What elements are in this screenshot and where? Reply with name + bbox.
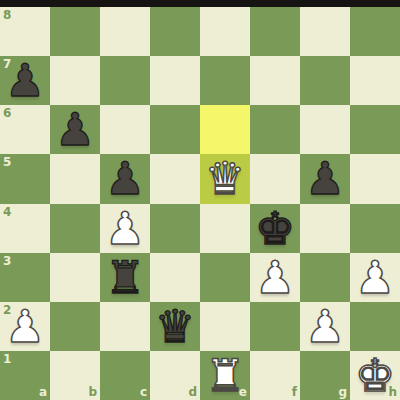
square-h4[interactable] [350, 204, 400, 253]
square-b2[interactable] [50, 302, 100, 351]
square-e2[interactable] [200, 302, 250, 351]
square-a5[interactable]: 5 [0, 154, 50, 203]
square-f5[interactable] [250, 154, 300, 203]
square-f7[interactable] [250, 56, 300, 105]
square-e8[interactable] [200, 7, 250, 56]
square-f3[interactable]: ♟ [250, 253, 300, 302]
square-b5[interactable] [50, 154, 100, 203]
black-pawn[interactable]: ♟ [5, 58, 45, 103]
square-g1[interactable]: g [300, 351, 350, 400]
square-b8[interactable] [50, 7, 100, 56]
file-label-g: g [338, 386, 347, 398]
square-g8[interactable] [300, 7, 350, 56]
white-pawn[interactable]: ♟ [5, 304, 45, 349]
square-h7[interactable] [350, 56, 400, 105]
rank-label-1: 1 [3, 353, 11, 365]
square-a8[interactable]: 8 [0, 7, 50, 56]
square-a4[interactable]: 4 [0, 204, 50, 253]
white-pawn[interactable]: ♟ [355, 255, 395, 300]
square-d1[interactable]: d [150, 351, 200, 400]
square-c5[interactable]: ♟ [100, 154, 150, 203]
rank-label-6: 6 [3, 107, 11, 119]
file-label-a: a [39, 386, 47, 398]
file-label-f: f [292, 386, 297, 398]
square-h1[interactable]: h♚ [350, 351, 400, 400]
black-pawn[interactable]: ♟ [105, 156, 145, 201]
square-f2[interactable] [250, 302, 300, 351]
square-g3[interactable] [300, 253, 350, 302]
rank-label-5: 5 [3, 156, 11, 168]
square-b6[interactable]: ♟ [50, 105, 100, 154]
square-g6[interactable] [300, 105, 350, 154]
square-f6[interactable] [250, 105, 300, 154]
rank-label-3: 3 [3, 255, 11, 267]
square-d3[interactable] [150, 253, 200, 302]
black-king[interactable]: ♚ [255, 206, 295, 251]
square-a7[interactable]: 7♟ [0, 56, 50, 105]
square-g5[interactable]: ♟ [300, 154, 350, 203]
square-e5[interactable]: ♛ [200, 154, 250, 203]
square-d2[interactable]: ♛ [150, 302, 200, 351]
white-rook[interactable]: ♜ [205, 353, 245, 398]
black-pawn[interactable]: ♟ [305, 156, 345, 201]
square-g7[interactable] [300, 56, 350, 105]
rank-label-4: 4 [3, 206, 11, 218]
square-e6[interactable] [200, 105, 250, 154]
square-g4[interactable] [300, 204, 350, 253]
square-f8[interactable] [250, 7, 300, 56]
square-e7[interactable] [200, 56, 250, 105]
square-a3[interactable]: 3 [0, 253, 50, 302]
black-queen[interactable]: ♛ [155, 304, 195, 349]
square-h6[interactable] [350, 105, 400, 154]
square-b4[interactable] [50, 204, 100, 253]
square-d6[interactable] [150, 105, 200, 154]
square-d5[interactable] [150, 154, 200, 203]
white-king[interactable]: ♚ [355, 353, 395, 398]
square-f1[interactable]: f [250, 351, 300, 400]
file-label-d: d [188, 386, 197, 398]
file-label-b: b [88, 386, 97, 398]
square-b7[interactable] [50, 56, 100, 105]
white-pawn[interactable]: ♟ [305, 304, 345, 349]
square-a6[interactable]: 6 [0, 105, 50, 154]
square-d7[interactable] [150, 56, 200, 105]
square-a1[interactable]: 1a [0, 351, 50, 400]
square-b3[interactable] [50, 253, 100, 302]
square-c8[interactable] [100, 7, 150, 56]
white-pawn[interactable]: ♟ [255, 255, 295, 300]
square-e3[interactable] [200, 253, 250, 302]
square-c3[interactable]: ♜ [100, 253, 150, 302]
square-c6[interactable] [100, 105, 150, 154]
white-queen[interactable]: ♛ [205, 156, 245, 201]
square-f4[interactable]: ♚ [250, 204, 300, 253]
square-b1[interactable]: b [50, 351, 100, 400]
white-pawn[interactable]: ♟ [105, 206, 145, 251]
square-h8[interactable] [350, 7, 400, 56]
black-pawn[interactable]: ♟ [55, 107, 95, 152]
rank-label-8: 8 [3, 9, 11, 21]
square-e4[interactable] [200, 204, 250, 253]
square-d8[interactable] [150, 7, 200, 56]
square-c4[interactable]: ♟ [100, 204, 150, 253]
square-c1[interactable]: c [100, 351, 150, 400]
square-g2[interactable]: ♟ [300, 302, 350, 351]
square-e1[interactable]: e♜ [200, 351, 250, 400]
app-screen: 87♟6♟5♟♛♟4♟♚3♜♟♟2♟♛♟1abcde♜fgh♚ [0, 0, 400, 400]
square-c2[interactable] [100, 302, 150, 351]
square-d4[interactable] [150, 204, 200, 253]
square-h3[interactable]: ♟ [350, 253, 400, 302]
square-h2[interactable] [350, 302, 400, 351]
file-label-c: c [140, 386, 147, 398]
chess-board: 87♟6♟5♟♛♟4♟♚3♜♟♟2♟♛♟1abcde♜fgh♚ [0, 7, 400, 400]
square-c7[interactable] [100, 56, 150, 105]
square-h5[interactable] [350, 154, 400, 203]
square-a2[interactable]: 2♟ [0, 302, 50, 351]
black-rook[interactable]: ♜ [105, 255, 145, 300]
